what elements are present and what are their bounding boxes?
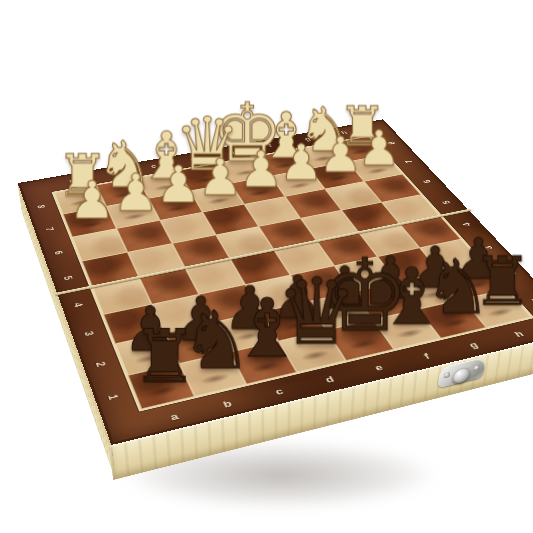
rank-label-right-5: 5 <box>439 200 452 205</box>
rank-label-right-7: 7 <box>402 159 414 163</box>
file-label-h: h <box>512 329 526 339</box>
chess-set-photo: aabbccddeeffgghh1122334455667788♜♞♝♛♚♝♞♜… <box>0 0 533 533</box>
metal-latch-icon <box>437 357 485 390</box>
file-label-d: d <box>323 374 336 385</box>
rank-label-8: 8 <box>35 204 48 209</box>
file-label-b: b <box>221 398 233 409</box>
rank-label-5: 5 <box>61 275 75 281</box>
pawn-glyph: ♟ <box>68 174 115 226</box>
rank-label-right-6: 6 <box>420 179 433 184</box>
pawn-glyph: ♟ <box>238 144 283 194</box>
rank-label-2: 2 <box>93 360 109 367</box>
pawn-glyph: ♟ <box>112 166 158 218</box>
pawn-glyph: ♟ <box>357 124 400 172</box>
pawn-glyph: ♟ <box>318 130 362 179</box>
rank-label-7: 7 <box>43 226 56 231</box>
rank-label-3: 3 <box>82 330 97 337</box>
file-label-a: a <box>169 411 180 422</box>
pawn-glyph: ♟ <box>197 152 242 203</box>
pawn-glyph: ♟ <box>279 137 323 186</box>
file-label-c: c <box>273 386 285 397</box>
rank-label-4: 4 <box>71 301 86 307</box>
file-label-e: e <box>373 362 385 372</box>
file-label-g: g <box>467 340 480 350</box>
pawn-glyph: ♟ <box>155 159 201 210</box>
chess-board: aabbccddeeffgghh1122334455667788♜♞♝♛♚♝♞♜… <box>18 119 533 445</box>
rank-label-1: 1 <box>105 393 121 401</box>
rook-glyph: ♜ <box>131 320 197 393</box>
rank-label-6: 6 <box>52 250 66 256</box>
file-label-f: f <box>422 351 432 360</box>
